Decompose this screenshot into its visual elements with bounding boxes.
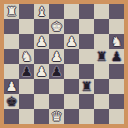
square-e4[interactable] <box>64 64 79 79</box>
square-b2[interactable] <box>19 94 34 109</box>
square-a8[interactable]: ♜ <box>4 4 19 19</box>
square-b5[interactable]: ♞ <box>19 49 34 64</box>
square-b1[interactable] <box>19 109 34 124</box>
square-e7[interactable] <box>64 19 79 34</box>
square-h2[interactable] <box>109 94 124 109</box>
square-a3[interactable]: ♟ <box>4 79 19 94</box>
square-e8[interactable] <box>64 4 79 19</box>
square-h1[interactable] <box>109 109 124 124</box>
square-e1[interactable] <box>64 109 79 124</box>
square-a1[interactable] <box>4 109 19 124</box>
square-f2[interactable] <box>79 94 94 109</box>
chess-board: ♜♝♚♟♟♞♞♟♜♟♟♟♟♟♜♚♛ <box>4 4 124 124</box>
square-c3[interactable] <box>34 79 49 94</box>
square-b8[interactable] <box>19 4 34 19</box>
square-f6[interactable] <box>79 34 94 49</box>
black-pawn: ♟ <box>51 64 63 79</box>
square-a7[interactable] <box>4 19 19 34</box>
square-c6[interactable]: ♟ <box>34 34 49 49</box>
square-d8[interactable] <box>49 4 64 19</box>
square-c7[interactable] <box>34 19 49 34</box>
square-f4[interactable] <box>79 64 94 79</box>
white-knight: ♞ <box>21 49 33 64</box>
square-e2[interactable] <box>64 94 79 109</box>
square-a2[interactable]: ♚ <box>4 94 19 109</box>
square-c1[interactable] <box>34 109 49 124</box>
square-a6[interactable] <box>4 34 19 49</box>
white-pawn: ♟ <box>36 34 48 49</box>
white-queen: ♛ <box>51 109 63 124</box>
square-g2[interactable] <box>94 94 109 109</box>
square-b6[interactable] <box>19 34 34 49</box>
square-g3[interactable] <box>94 79 109 94</box>
square-h8[interactable] <box>109 4 124 19</box>
square-g6[interactable] <box>94 34 109 49</box>
white-king: ♚ <box>51 19 63 34</box>
black-pawn: ♟ <box>111 49 123 64</box>
square-b4[interactable]: ♟ <box>19 64 34 79</box>
square-h7[interactable] <box>109 19 124 34</box>
square-h5[interactable]: ♟ <box>109 49 124 64</box>
square-g1[interactable] <box>94 109 109 124</box>
square-g5[interactable]: ♜ <box>94 49 109 64</box>
square-c8[interactable]: ♝ <box>34 4 49 19</box>
square-d1[interactable]: ♛ <box>49 109 64 124</box>
square-h4[interactable] <box>109 64 124 79</box>
square-e3[interactable] <box>64 79 79 94</box>
square-f5[interactable] <box>79 49 94 64</box>
white-pawn: ♟ <box>6 79 18 94</box>
square-h6[interactable]: ♞ <box>109 34 124 49</box>
square-c5[interactable] <box>34 49 49 64</box>
square-b3[interactable] <box>19 79 34 94</box>
square-a5[interactable] <box>4 49 19 64</box>
square-f7[interactable] <box>79 19 94 34</box>
white-rook: ♜ <box>6 4 18 19</box>
black-pawn: ♟ <box>21 64 33 79</box>
white-knight: ♞ <box>111 34 123 49</box>
white-pawn: ♟ <box>51 49 63 64</box>
chess-board-frame: ♜♝♚♟♟♞♞♟♜♟♟♟♟♟♜♚♛ <box>0 0 128 128</box>
white-pawn: ♟ <box>66 34 78 49</box>
square-d5[interactable]: ♟ <box>49 49 64 64</box>
square-d6[interactable] <box>49 34 64 49</box>
square-c4[interactable]: ♟ <box>34 64 49 79</box>
square-a4[interactable] <box>4 64 19 79</box>
square-d4[interactable]: ♟ <box>49 64 64 79</box>
square-d7[interactable]: ♚ <box>49 19 64 34</box>
square-b7[interactable] <box>19 19 34 34</box>
black-king: ♚ <box>6 94 18 109</box>
square-d3[interactable] <box>49 79 64 94</box>
white-pawn: ♟ <box>36 64 48 79</box>
square-e5[interactable] <box>64 49 79 64</box>
black-rook: ♜ <box>96 49 108 64</box>
square-e6[interactable]: ♟ <box>64 34 79 49</box>
square-g4[interactable] <box>94 64 109 79</box>
black-rook: ♜ <box>81 79 93 94</box>
square-f1[interactable] <box>79 109 94 124</box>
square-d2[interactable] <box>49 94 64 109</box>
square-f3[interactable]: ♜ <box>79 79 94 94</box>
square-f8[interactable] <box>79 4 94 19</box>
square-c2[interactable] <box>34 94 49 109</box>
square-h3[interactable] <box>109 79 124 94</box>
square-g8[interactable] <box>94 4 109 19</box>
white-bishop: ♝ <box>36 4 48 19</box>
square-g7[interactable] <box>94 19 109 34</box>
